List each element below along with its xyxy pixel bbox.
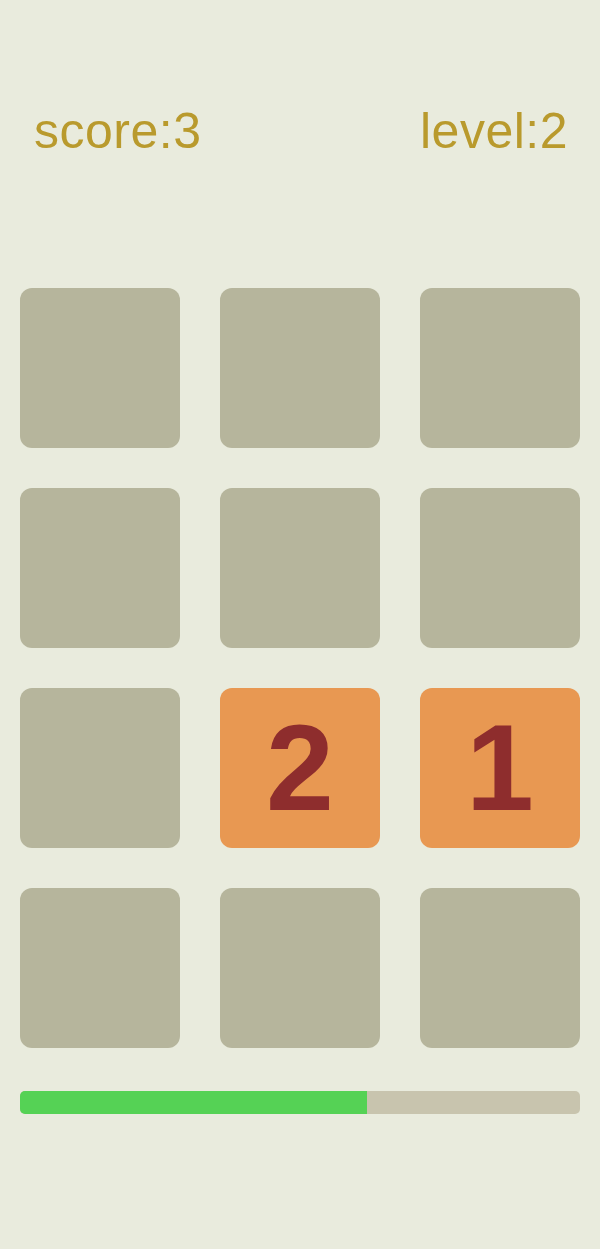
empty-cell-r4c1	[20, 888, 180, 1048]
empty-cell-r1c2	[220, 288, 380, 448]
empty-cell-r2c2	[220, 488, 380, 648]
empty-cell-r4c2	[220, 888, 380, 1048]
empty-cell-r4c3	[420, 888, 580, 1048]
game-board[interactable]: 21	[20, 288, 580, 1048]
empty-cell-r1c3	[420, 288, 580, 448]
tile-1[interactable]: 1	[420, 688, 580, 848]
level-label: level:2	[420, 106, 568, 156]
level-progress-bar	[20, 1091, 580, 1114]
empty-cell-r1c1	[20, 288, 180, 448]
score-label: score:3	[34, 106, 201, 156]
empty-cell-r2c1	[20, 488, 180, 648]
empty-cell-r3c1	[20, 688, 180, 848]
tile-2[interactable]: 2	[220, 688, 380, 848]
level-progress-fill	[20, 1091, 367, 1114]
hud: score:3 level:2	[0, 106, 600, 156]
empty-cell-r2c3	[420, 488, 580, 648]
